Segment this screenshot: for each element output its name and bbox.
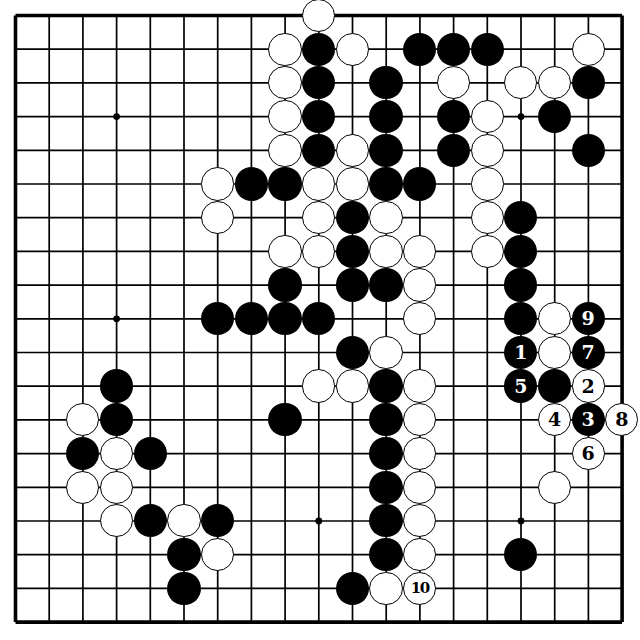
stone-black [336, 572, 369, 605]
stone-white [572, 33, 605, 66]
stone-white [471, 201, 504, 234]
stone-white [268, 100, 301, 133]
stone-white [336, 33, 369, 66]
stone-white [538, 336, 571, 369]
stone-black [369, 369, 402, 402]
stone-black [369, 471, 402, 504]
stone-black-move-9: 9 [572, 302, 605, 335]
stone-black [100, 403, 133, 436]
stone-white [403, 369, 436, 402]
stone-white [66, 403, 99, 436]
stone-white-move-4: 4 [538, 403, 571, 436]
stone-black [134, 437, 167, 470]
stone-black [268, 268, 301, 301]
stone-black-move-7: 7 [572, 336, 605, 369]
stone-black [572, 134, 605, 167]
stones-layer: 91752438610 [0, 0, 639, 639]
move-number: 3 [582, 410, 595, 429]
stone-black-move-5: 5 [504, 369, 537, 402]
stone-black [100, 369, 133, 402]
move-number: 9 [582, 309, 595, 328]
stone-black [369, 167, 402, 200]
stone-white [369, 572, 402, 605]
stone-black [66, 437, 99, 470]
stone-black [538, 100, 571, 133]
stone-black [336, 268, 369, 301]
stone-white [336, 134, 369, 167]
stone-black [336, 235, 369, 268]
stone-white [268, 33, 301, 66]
stone-white [302, 0, 335, 32]
go-diagram: 91752438610 [0, 0, 640, 640]
stone-white [437, 66, 470, 99]
stone-black [268, 302, 301, 335]
move-number: 5 [514, 376, 527, 395]
stone-white [100, 437, 133, 470]
stone-black [437, 134, 470, 167]
stone-white [336, 167, 369, 200]
stone-white-move-10: 10 [403, 572, 436, 605]
move-number: 1 [514, 342, 527, 361]
stone-white [403, 538, 436, 571]
stone-white [268, 134, 301, 167]
stone-white [403, 504, 436, 537]
stone-black [369, 66, 402, 99]
stone-black [369, 268, 402, 301]
move-number: 10 [411, 580, 429, 595]
stone-white [471, 100, 504, 133]
stone-black [336, 201, 369, 234]
stone-black [302, 66, 335, 99]
move-number: 2 [582, 376, 595, 395]
move-number: 6 [582, 443, 595, 462]
stone-black [471, 33, 504, 66]
stone-white-move-8: 8 [605, 403, 638, 436]
goban[interactable]: 91752438610 [0, 0, 640, 640]
stone-black [369, 403, 402, 436]
stone-black [201, 302, 234, 335]
stone-white [471, 167, 504, 200]
stone-white [403, 471, 436, 504]
stone-white [302, 201, 335, 234]
stone-white [403, 403, 436, 436]
stone-black [504, 235, 537, 268]
stone-black [369, 437, 402, 470]
stone-black [504, 201, 537, 234]
stone-black-move-1: 1 [504, 336, 537, 369]
stone-white-move-6: 6 [572, 437, 605, 470]
stone-black [268, 403, 301, 436]
stone-black [302, 33, 335, 66]
stone-white [201, 167, 234, 200]
stone-black [437, 33, 470, 66]
stone-black [403, 167, 436, 200]
stone-white [167, 504, 200, 537]
stone-white [100, 471, 133, 504]
move-number: 4 [548, 410, 561, 429]
stone-white [66, 471, 99, 504]
stone-black [268, 167, 301, 200]
stone-black-move-3: 3 [572, 403, 605, 436]
stone-black [538, 369, 571, 402]
stone-black [369, 538, 402, 571]
stone-white [538, 302, 571, 335]
stone-black [504, 268, 537, 301]
stone-white [403, 235, 436, 268]
stone-white [403, 437, 436, 470]
stone-white-move-2: 2 [572, 369, 605, 402]
stone-white [369, 201, 402, 234]
stone-black [167, 538, 200, 571]
stone-black [235, 302, 268, 335]
stone-black [504, 302, 537, 335]
move-number: 7 [582, 342, 595, 361]
stone-white [403, 302, 436, 335]
stone-black [201, 504, 234, 537]
stone-white [201, 538, 234, 571]
stone-white [302, 235, 335, 268]
stone-white [504, 66, 537, 99]
stone-black [134, 504, 167, 537]
stone-black [336, 336, 369, 369]
stone-white [471, 134, 504, 167]
stone-white [302, 167, 335, 200]
stone-white [268, 66, 301, 99]
stone-black [572, 66, 605, 99]
stone-black [369, 504, 402, 537]
stone-white [336, 369, 369, 402]
stone-white [302, 369, 335, 402]
stone-black [403, 33, 436, 66]
stone-black [235, 167, 268, 200]
stone-white [403, 268, 436, 301]
stone-white [538, 66, 571, 99]
stone-black [302, 100, 335, 133]
stone-black [369, 100, 402, 133]
stone-white [369, 336, 402, 369]
stone-black [437, 100, 470, 133]
stone-white [100, 504, 133, 537]
move-number: 8 [615, 410, 628, 429]
stone-white [538, 471, 571, 504]
stone-black [369, 134, 402, 167]
stone-white [201, 201, 234, 234]
stone-black [302, 302, 335, 335]
stone-white [268, 235, 301, 268]
stone-black [302, 134, 335, 167]
stone-white [369, 235, 402, 268]
stone-white [471, 235, 504, 268]
stone-black [504, 538, 537, 571]
stone-black [167, 572, 200, 605]
